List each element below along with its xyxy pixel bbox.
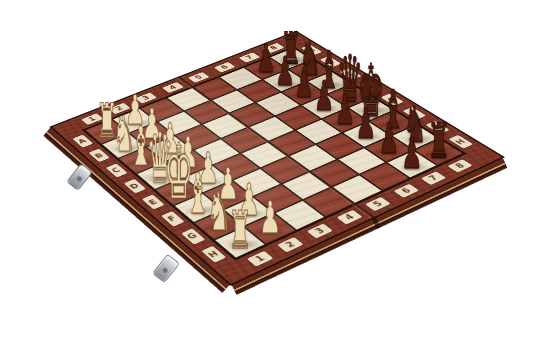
rank-label-right-6: 6 [393,184,419,198]
piece-glyph: ♟ [294,64,314,104]
piece-glyph: ♟ [356,103,377,145]
metal-clasp-icon [153,255,178,282]
rank-label-right-3: 3 [307,223,333,238]
piece-glyph: ♟ [314,76,334,117]
piece-glyph: ♟ [259,196,281,241]
file-label-bottom-b: B [89,149,110,163]
piece-glyph: ♜ [228,204,252,256]
file-label-bottom-d: D [124,179,146,194]
file-label-bottom-a: A [72,134,93,147]
rank-label-right-8: 8 [448,159,473,172]
piece-glyph: ♟ [335,90,355,132]
rank-label-right-4: 4 [336,210,362,225]
rank-label-right-7: 7 [421,171,446,185]
file-label-bottom-h: H [201,246,226,263]
piece-glyph: ♟ [378,118,399,161]
piece-glyph: ♟ [256,39,275,78]
file-label-bottom-g: G [181,228,205,244]
rank-label-right-2: 2 [277,237,303,252]
rank-label-right-5: 5 [365,197,391,211]
piece-glyph: ♟ [275,51,295,91]
piece-glyph: ♜ [427,116,450,165]
piece-glyph: ♟ [401,132,422,175]
product-photo-chess-set: Wooden folding chess set on a white back… [0,0,533,355]
file-label-bottom-c: C [106,163,128,177]
